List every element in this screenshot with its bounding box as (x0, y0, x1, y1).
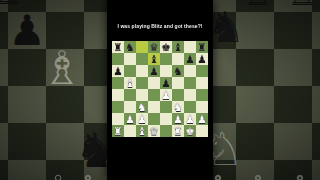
square-e5: ♟ (160, 77, 172, 89)
white-knight: ♞ (137, 101, 146, 113)
white-pawn: ♟ (185, 113, 194, 125)
square-c1: ♝ (136, 125, 148, 137)
background-square (0, 86, 8, 123)
square-d6: ♟ (148, 65, 160, 77)
square-f5 (172, 77, 184, 89)
background-square (236, 86, 274, 123)
square-a4 (112, 89, 124, 101)
background-square (0, 123, 8, 160)
background-square (46, 0, 84, 12)
square-b8: ♞ (124, 41, 136, 53)
black-knight: ♞ (125, 41, 134, 53)
black-piece-base-icon: ♜ (287, 0, 317, 10)
white-bishop: ♝ (137, 125, 146, 137)
square-c4 (136, 89, 148, 101)
square-c7 (136, 53, 148, 65)
square-g7: ♟ (184, 53, 196, 65)
black-rook: ♜ (197, 41, 206, 53)
square-a8: ♜ (112, 41, 124, 53)
black-pawn: ♟ (149, 65, 158, 77)
black-pawn-icon: ♟ (8, 10, 46, 52)
square-d7: ♝ (148, 53, 160, 65)
square-f1: ♜ (172, 125, 184, 137)
square-e6 (160, 65, 172, 77)
white-bishop: ♝ (125, 77, 134, 89)
white-pawn: ♟ (125, 113, 134, 125)
white-pawn: ♟ (161, 89, 170, 101)
black-pawn: ♟ (185, 53, 194, 65)
square-a7 (112, 53, 124, 65)
square-e1 (160, 125, 172, 137)
square-e7 (160, 53, 172, 65)
black-pawn: ♟ (197, 53, 206, 65)
black-bishop: ♝ (149, 53, 158, 65)
square-f3: ♞ (172, 101, 184, 113)
white-bishop-icon: ♗ (41, 45, 82, 91)
square-h4 (196, 89, 208, 101)
black-queen: ♛ (149, 41, 158, 53)
background-square (236, 49, 274, 86)
square-f7 (172, 53, 184, 65)
white-piece-top-icon: ♙ (70, 170, 106, 180)
square-h3 (196, 101, 208, 113)
black-piece-base-icon: ♜ (243, 0, 273, 10)
white-pawn: ♟ (197, 113, 206, 125)
square-h7: ♟ (196, 53, 208, 65)
background-square (274, 49, 312, 86)
square-e8: ♚ (160, 41, 172, 53)
square-d8: ♛ (148, 41, 160, 53)
square-g2: ♟ (184, 113, 196, 125)
video-caption: I was playing Blitz and got these?! (107, 23, 213, 29)
square-h5 (196, 77, 208, 89)
white-piece-top-icon: ♙ (240, 170, 276, 180)
white-king: ♚ (185, 125, 194, 137)
square-h2: ♟ (196, 113, 208, 125)
chess-board: ♜♞♛♚♝♜♝♟♟♟♟♞♝♟♟♞♞♟♟♟♟♟♜♝♛♜♚ (112, 41, 208, 137)
white-rook: ♜ (113, 125, 122, 137)
white-queen: ♛ (149, 125, 158, 137)
background-square (312, 12, 320, 49)
square-d3 (148, 101, 160, 113)
square-f6: ♞ (172, 65, 184, 77)
square-g4 (184, 89, 196, 101)
background-square (274, 123, 312, 160)
square-b4 (124, 89, 136, 101)
background-square (312, 49, 320, 86)
square-c8 (136, 41, 148, 53)
square-b5: ♝ (124, 77, 136, 89)
square-g8 (184, 41, 196, 53)
black-pawn: ♟ (113, 65, 122, 77)
square-a3 (112, 101, 124, 113)
square-h8: ♜ (196, 41, 208, 53)
background-square (312, 86, 320, 123)
square-b2: ♟ (124, 113, 136, 125)
square-b7 (124, 53, 136, 65)
square-c5 (136, 77, 148, 89)
square-h6 (196, 65, 208, 77)
black-bishop: ♝ (173, 41, 182, 53)
background-square (0, 12, 8, 49)
square-e4: ♟ (160, 89, 172, 101)
square-c2: ♟ (136, 113, 148, 125)
square-b6 (124, 65, 136, 77)
video-frame[interactable]: ♟♗♞♞♘♜♜♜♗♙♙♙♙ I was playing Blitz and go… (0, 0, 320, 180)
square-c3: ♞ (136, 101, 148, 113)
square-d2 (148, 113, 160, 125)
square-g3 (184, 101, 196, 113)
square-h1 (196, 125, 208, 137)
square-a2 (112, 113, 124, 125)
white-pawn: ♟ (173, 113, 182, 125)
background-square (0, 49, 8, 86)
black-piece-base-icon: ♜ (0, 0, 23, 9)
square-g5 (184, 77, 196, 89)
background-square (274, 12, 312, 49)
square-f8: ♝ (172, 41, 184, 53)
black-rook: ♜ (113, 41, 122, 53)
square-d1: ♛ (148, 125, 160, 137)
background-square (8, 86, 46, 123)
white-knight: ♞ (173, 101, 182, 113)
square-e2 (160, 113, 172, 125)
square-f2: ♟ (172, 113, 184, 125)
square-a6: ♟ (112, 65, 124, 77)
square-g1: ♚ (184, 125, 196, 137)
square-d5 (148, 77, 160, 89)
background-square (312, 123, 320, 160)
white-rook: ♜ (173, 125, 182, 137)
square-g6 (184, 65, 196, 77)
background-square (0, 160, 8, 180)
square-b1 (124, 125, 136, 137)
background-square (274, 86, 312, 123)
square-d4 (148, 89, 160, 101)
square-f4 (172, 89, 184, 101)
background-square (8, 123, 46, 160)
video-strip[interactable]: I was playing Blitz and got these?! ♜♞♛♚… (107, 0, 213, 180)
white-piece-top-icon: ♙ (282, 170, 318, 180)
black-knight: ♞ (173, 65, 182, 77)
square-e3 (160, 101, 172, 113)
square-b3 (124, 101, 136, 113)
black-king: ♚ (161, 41, 170, 53)
square-a1: ♜ (112, 125, 124, 137)
square-c6 (136, 65, 148, 77)
white-pawn: ♟ (137, 113, 146, 125)
black-pawn: ♟ (161, 77, 170, 89)
square-a5 (112, 77, 124, 89)
